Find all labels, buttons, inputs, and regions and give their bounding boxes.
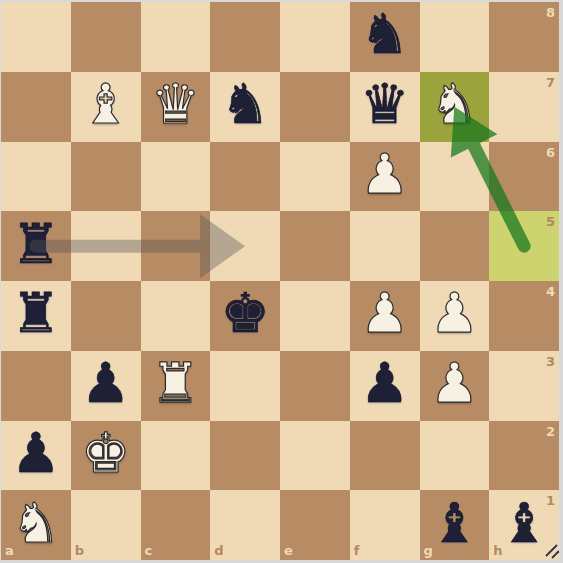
square-f5[interactable] xyxy=(350,211,420,281)
square-e4[interactable] xyxy=(280,281,350,351)
square-f6[interactable]: ♟ xyxy=(350,142,420,212)
square-f4[interactable]: ♟ xyxy=(350,281,420,351)
file-label-d: d xyxy=(214,543,223,558)
rank-label-2: 2 xyxy=(546,424,555,439)
piece-white-queen[interactable]: ♛ xyxy=(151,77,200,132)
piece-black-pawn[interactable]: ♟ xyxy=(360,356,409,411)
square-g7[interactable]: ♞ xyxy=(420,72,490,142)
square-h5[interactable]: 5 xyxy=(489,211,559,281)
square-g8[interactable] xyxy=(420,2,490,72)
square-a4[interactable]: ♜ xyxy=(1,281,71,351)
square-c3[interactable]: ♜ xyxy=(141,351,211,421)
piece-white-rook[interactable]: ♜ xyxy=(151,356,200,411)
square-a2[interactable]: ♟ xyxy=(1,421,71,491)
piece-black-bishop[interactable]: ♝ xyxy=(499,496,548,551)
square-h4[interactable]: 4 xyxy=(489,281,559,351)
piece-black-rook[interactable]: ♜ xyxy=(11,217,60,272)
square-e5[interactable] xyxy=(280,211,350,281)
rank-label-5: 5 xyxy=(546,214,555,229)
square-g5[interactable] xyxy=(420,211,490,281)
square-e3[interactable] xyxy=(280,351,350,421)
rank-label-6: 6 xyxy=(546,145,555,160)
chess-board: ♞8♝♛♞♛♞7♟6♜5♜♚♟♟4♟♜♟♟3♟♚2♞abcdef♝g♝h1 xyxy=(1,2,559,560)
file-label-c: c xyxy=(145,543,153,558)
rank-label-4: 4 xyxy=(546,284,555,299)
piece-black-knight[interactable]: ♞ xyxy=(360,7,409,62)
square-d7[interactable]: ♞ xyxy=(210,72,280,142)
piece-black-knight[interactable]: ♞ xyxy=(220,77,269,132)
piece-white-knight[interactable]: ♞ xyxy=(430,77,479,132)
square-a6[interactable] xyxy=(1,142,71,212)
file-label-f: f xyxy=(354,543,360,558)
square-h8[interactable]: 8 xyxy=(489,2,559,72)
square-g6[interactable] xyxy=(420,142,490,212)
piece-black-queen[interactable]: ♛ xyxy=(360,77,409,132)
square-b7[interactable]: ♝ xyxy=(71,72,141,142)
square-c5[interactable] xyxy=(141,211,211,281)
square-a7[interactable] xyxy=(1,72,71,142)
square-g2[interactable] xyxy=(420,421,490,491)
piece-black-pawn[interactable]: ♟ xyxy=(81,356,130,411)
piece-black-pawn[interactable]: ♟ xyxy=(11,426,60,481)
square-f1[interactable]: f xyxy=(350,490,420,560)
rank-label-8: 8 xyxy=(546,5,555,20)
piece-black-bishop[interactable]: ♝ xyxy=(430,496,479,551)
square-g1[interactable]: ♝g xyxy=(420,490,490,560)
piece-black-king[interactable]: ♚ xyxy=(220,286,269,341)
square-h7[interactable]: 7 xyxy=(489,72,559,142)
piece-white-bishop[interactable]: ♝ xyxy=(81,77,130,132)
file-label-e: e xyxy=(284,543,293,558)
square-b2[interactable]: ♚ xyxy=(71,421,141,491)
square-c8[interactable] xyxy=(141,2,211,72)
square-a8[interactable] xyxy=(1,2,71,72)
square-f8[interactable]: ♞ xyxy=(350,2,420,72)
square-c7[interactable]: ♛ xyxy=(141,72,211,142)
square-e7[interactable] xyxy=(280,72,350,142)
square-h1[interactable]: ♝h1 xyxy=(489,490,559,560)
piece-white-king[interactable]: ♚ xyxy=(81,426,130,481)
piece-white-pawn[interactable]: ♟ xyxy=(430,356,479,411)
file-label-h: h xyxy=(493,543,502,558)
rank-label-7: 7 xyxy=(546,75,555,90)
square-c6[interactable] xyxy=(141,142,211,212)
square-d3[interactable] xyxy=(210,351,280,421)
square-f2[interactable] xyxy=(350,421,420,491)
square-c1[interactable]: c xyxy=(141,490,211,560)
file-label-g: g xyxy=(424,543,433,558)
square-b3[interactable]: ♟ xyxy=(71,351,141,421)
square-b4[interactable] xyxy=(71,281,141,351)
square-g3[interactable]: ♟ xyxy=(420,351,490,421)
square-a5[interactable]: ♜ xyxy=(1,211,71,281)
piece-white-knight[interactable]: ♞ xyxy=(11,496,60,551)
square-f3[interactable]: ♟ xyxy=(350,351,420,421)
piece-black-rook[interactable]: ♜ xyxy=(11,286,60,341)
square-b1[interactable]: b xyxy=(71,490,141,560)
file-label-a: a xyxy=(5,543,14,558)
square-b5[interactable] xyxy=(71,211,141,281)
square-d6[interactable] xyxy=(210,142,280,212)
square-c4[interactable] xyxy=(141,281,211,351)
square-a3[interactable] xyxy=(1,351,71,421)
square-d1[interactable]: d xyxy=(210,490,280,560)
square-e6[interactable] xyxy=(280,142,350,212)
rank-label-1: 1 xyxy=(546,493,555,508)
square-f7[interactable]: ♛ xyxy=(350,72,420,142)
square-d8[interactable] xyxy=(210,2,280,72)
piece-white-pawn[interactable]: ♟ xyxy=(360,286,409,341)
square-h6[interactable]: 6 xyxy=(489,142,559,212)
square-h3[interactable]: 3 xyxy=(489,351,559,421)
rank-label-3: 3 xyxy=(546,354,555,369)
square-e2[interactable] xyxy=(280,421,350,491)
square-b8[interactable] xyxy=(71,2,141,72)
square-c2[interactable] xyxy=(141,421,211,491)
piece-white-pawn[interactable]: ♟ xyxy=(360,147,409,202)
square-d2[interactable] xyxy=(210,421,280,491)
file-label-b: b xyxy=(75,543,84,558)
piece-white-pawn[interactable]: ♟ xyxy=(430,286,479,341)
square-h2[interactable]: 2 xyxy=(489,421,559,491)
square-b6[interactable] xyxy=(71,142,141,212)
square-d4[interactable]: ♚ xyxy=(210,281,280,351)
square-e8[interactable] xyxy=(280,2,350,72)
square-d5[interactable] xyxy=(210,211,280,281)
square-a1[interactable]: ♞a xyxy=(1,490,71,560)
square-e1[interactable]: e xyxy=(280,490,350,560)
square-g4[interactable]: ♟ xyxy=(420,281,490,351)
